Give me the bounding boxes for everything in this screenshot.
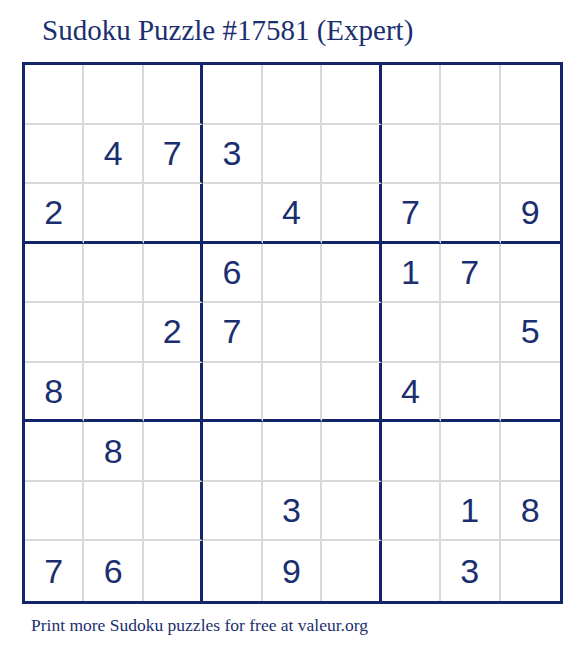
- sudoku-cell-r4c2[interactable]: [84, 244, 143, 304]
- sudoku-cell-r3c4[interactable]: [203, 184, 262, 244]
- sudoku-cell-r6c9[interactable]: [501, 363, 560, 423]
- sudoku-cell-r1c7[interactable]: [382, 65, 441, 125]
- sudoku-cell-r3c1[interactable]: 2: [25, 184, 84, 244]
- sudoku-cell-r9c8[interactable]: 3: [441, 541, 500, 601]
- sudoku-cell-r4c5[interactable]: [263, 244, 322, 304]
- sudoku-cell-r5c8[interactable]: [441, 303, 500, 363]
- sudoku-cell-r9c5[interactable]: 9: [263, 541, 322, 601]
- sudoku-cell-r3c6[interactable]: [322, 184, 381, 244]
- footer-note: Print more Sudoku puzzles for free at va…: [31, 615, 368, 636]
- sudoku-cell-r9c2[interactable]: 6: [84, 541, 143, 601]
- sudoku-cell-r7c3[interactable]: [144, 422, 203, 482]
- sudoku-cell-r1c8[interactable]: [441, 65, 500, 125]
- sudoku-cell-r4c3[interactable]: [144, 244, 203, 304]
- sudoku-cell-r4c6[interactable]: [322, 244, 381, 304]
- sudoku-cell-r2c1[interactable]: [25, 125, 84, 185]
- sudoku-cell-r2c7[interactable]: [382, 125, 441, 185]
- sudoku-cell-r5c1[interactable]: [25, 303, 84, 363]
- sudoku-cell-r5c5[interactable]: [263, 303, 322, 363]
- sudoku-cell-r2c5[interactable]: [263, 125, 322, 185]
- sudoku-cell-r7c7[interactable]: [382, 422, 441, 482]
- sudoku-cell-r5c7[interactable]: [382, 303, 441, 363]
- sudoku-cell-r2c8[interactable]: [441, 125, 500, 185]
- sudoku-cell-r6c1[interactable]: 8: [25, 363, 84, 423]
- sudoku-cell-r1c6[interactable]: [322, 65, 381, 125]
- sudoku-cell-r5c2[interactable]: [84, 303, 143, 363]
- sudoku-cell-r8c7[interactable]: [382, 482, 441, 542]
- sudoku-cell-r1c4[interactable]: [203, 65, 262, 125]
- sudoku-cell-r3c7[interactable]: 7: [382, 184, 441, 244]
- sudoku-cell-r5c4[interactable]: 7: [203, 303, 262, 363]
- sudoku-cell-r3c3[interactable]: [144, 184, 203, 244]
- sudoku-cell-r8c8[interactable]: 1: [441, 482, 500, 542]
- sudoku-cell-r1c5[interactable]: [263, 65, 322, 125]
- sudoku-cell-r2c6[interactable]: [322, 125, 381, 185]
- sudoku-cell-r8c2[interactable]: [84, 482, 143, 542]
- sudoku-cell-r2c2[interactable]: 4: [84, 125, 143, 185]
- sudoku-cell-r6c4[interactable]: [203, 363, 262, 423]
- sudoku-cell-r3c8[interactable]: [441, 184, 500, 244]
- sudoku-cell-r3c5[interactable]: 4: [263, 184, 322, 244]
- puzzle-title: Sudoku Puzzle #17581 (Expert): [42, 14, 413, 47]
- sudoku-cell-r9c4[interactable]: [203, 541, 262, 601]
- sudoku-cell-r8c4[interactable]: [203, 482, 262, 542]
- sudoku-cell-r8c9[interactable]: 8: [501, 482, 560, 542]
- sudoku-cell-r7c4[interactable]: [203, 422, 262, 482]
- sudoku-cell-r1c1[interactable]: [25, 65, 84, 125]
- sudoku-cell-r9c3[interactable]: [144, 541, 203, 601]
- sudoku-cell-r4c7[interactable]: 1: [382, 244, 441, 304]
- sudoku-cell-r8c5[interactable]: 3: [263, 482, 322, 542]
- sudoku-cell-r2c4[interactable]: 3: [203, 125, 262, 185]
- sudoku-cell-r8c6[interactable]: [322, 482, 381, 542]
- sudoku-cell-r1c3[interactable]: [144, 65, 203, 125]
- sudoku-cell-r6c7[interactable]: 4: [382, 363, 441, 423]
- sudoku-cell-r7c9[interactable]: [501, 422, 560, 482]
- sudoku-board: 47324796172758483187693: [22, 62, 563, 604]
- sudoku-cell-r7c8[interactable]: [441, 422, 500, 482]
- sudoku-cell-r2c9[interactable]: [501, 125, 560, 185]
- sudoku-cell-r3c2[interactable]: [84, 184, 143, 244]
- sudoku-cell-r9c6[interactable]: [322, 541, 381, 601]
- sudoku-cell-r6c2[interactable]: [84, 363, 143, 423]
- sudoku-cell-r7c5[interactable]: [263, 422, 322, 482]
- sudoku-cell-r1c2[interactable]: [84, 65, 143, 125]
- sudoku-cell-r4c9[interactable]: [501, 244, 560, 304]
- sudoku-cell-r8c3[interactable]: [144, 482, 203, 542]
- sudoku-cell-r6c5[interactable]: [263, 363, 322, 423]
- sudoku-cell-r7c1[interactable]: [25, 422, 84, 482]
- sudoku-cell-r4c1[interactable]: [25, 244, 84, 304]
- sudoku-cell-r4c4[interactable]: 6: [203, 244, 262, 304]
- sudoku-cell-r7c2[interactable]: 8: [84, 422, 143, 482]
- sudoku-cell-r9c9[interactable]: [501, 541, 560, 601]
- sudoku-cell-r3c9[interactable]: 9: [501, 184, 560, 244]
- sudoku-cell-r6c3[interactable]: [144, 363, 203, 423]
- sudoku-cell-r5c9[interactable]: 5: [501, 303, 560, 363]
- sudoku-cell-r8c1[interactable]: [25, 482, 84, 542]
- sudoku-cell-r2c3[interactable]: 7: [144, 125, 203, 185]
- sudoku-cell-r1c9[interactable]: [501, 65, 560, 125]
- sudoku-cell-r9c7[interactable]: [382, 541, 441, 601]
- sudoku-cell-r7c6[interactable]: [322, 422, 381, 482]
- sudoku-cell-r5c6[interactable]: [322, 303, 381, 363]
- sudoku-cell-r6c8[interactable]: [441, 363, 500, 423]
- sudoku-cell-r5c3[interactable]: 2: [144, 303, 203, 363]
- sudoku-cell-r9c1[interactable]: 7: [25, 541, 84, 601]
- sudoku-cell-r4c8[interactable]: 7: [441, 244, 500, 304]
- sudoku-cell-r6c6[interactable]: [322, 363, 381, 423]
